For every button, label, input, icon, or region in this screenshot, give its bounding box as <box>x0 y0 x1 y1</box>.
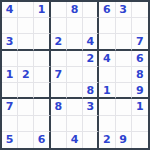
sudoku-cell-r3c2[interactable] <box>18 34 34 50</box>
sudoku-cell-r2c8[interactable] <box>116 18 132 34</box>
sudoku-cell-r1c1[interactable]: 4 <box>2 2 18 18</box>
sudoku-cell-r9c6[interactable] <box>83 132 99 148</box>
sudoku-cell-r3c4[interactable]: 2 <box>51 34 67 50</box>
sudoku-cell-r3c9[interactable]: 7 <box>132 34 148 50</box>
sudoku-cell-r8c2[interactable] <box>18 116 34 132</box>
sudoku-cell-r4c8[interactable] <box>116 51 132 67</box>
sudoku-cell-r3c3[interactable] <box>34 34 50 50</box>
sudoku-cell-r9c8[interactable]: 9 <box>116 132 132 148</box>
sudoku-cell-r9c5[interactable]: 4 <box>67 132 83 148</box>
sudoku-cell-r9c2[interactable] <box>18 132 34 148</box>
sudoku-cell-r3c8[interactable] <box>116 34 132 50</box>
sudoku-cell-r6c6[interactable]: 8 <box>83 83 99 99</box>
sudoku-cell-r4c1[interactable] <box>2 51 18 67</box>
sudoku-cell-r7c6[interactable]: 3 <box>83 99 99 115</box>
sudoku-cell-r6c5[interactable] <box>67 83 83 99</box>
sudoku-cell-r7c2[interactable] <box>18 99 34 115</box>
sudoku-cell-r9c9[interactable] <box>132 132 148 148</box>
sudoku-cell-r6c8[interactable] <box>116 83 132 99</box>
sudoku-cell-r6c7[interactable]: 1 <box>99 83 115 99</box>
sudoku-cell-r1c7[interactable]: 6 <box>99 2 115 18</box>
sudoku-cell-r9c4[interactable] <box>51 132 67 148</box>
sudoku-cell-r1c9[interactable] <box>132 2 148 18</box>
sudoku-cell-r7c3[interactable] <box>34 99 50 115</box>
sudoku-cell-r8c8[interactable] <box>116 116 132 132</box>
sudoku-cell-r3c7[interactable] <box>99 34 115 50</box>
sudoku-cell-r3c6[interactable]: 4 <box>83 34 99 50</box>
sudoku-cell-r2c4[interactable] <box>51 18 67 34</box>
sudoku-cell-r5c4[interactable]: 7 <box>51 67 67 83</box>
sudoku-cell-r7c5[interactable] <box>67 99 83 115</box>
sudoku-cell-r6c3[interactable] <box>34 83 50 99</box>
sudoku-cell-r8c7[interactable] <box>99 116 115 132</box>
sudoku-cell-r8c4[interactable] <box>51 116 67 132</box>
sudoku-cell-r7c8[interactable] <box>116 99 132 115</box>
sudoku-cell-r5c1[interactable]: 1 <box>2 67 18 83</box>
sudoku-cell-r5c9[interactable]: 8 <box>132 67 148 83</box>
sudoku-cell-r4c4[interactable] <box>51 51 67 67</box>
sudoku-cell-r1c2[interactable] <box>18 2 34 18</box>
sudoku-cell-r8c5[interactable] <box>67 116 83 132</box>
sudoku-cell-r8c9[interactable] <box>132 116 148 132</box>
sudoku-cell-r4c9[interactable]: 6 <box>132 51 148 67</box>
sudoku-cell-r5c8[interactable] <box>116 67 132 83</box>
sudoku-cell-r9c3[interactable]: 6 <box>34 132 50 148</box>
sudoku-cell-r2c5[interactable] <box>67 18 83 34</box>
sudoku-cell-r7c9[interactable]: 1 <box>132 99 148 115</box>
sudoku-cell-r5c6[interactable] <box>83 67 99 83</box>
sudoku-cell-r8c3[interactable] <box>34 116 50 132</box>
sudoku-cell-r9c1[interactable]: 5 <box>2 132 18 148</box>
sudoku-cell-r4c2[interactable] <box>18 51 34 67</box>
sudoku-cell-r5c7[interactable] <box>99 67 115 83</box>
sudoku-cell-r5c2[interactable]: 2 <box>18 67 34 83</box>
sudoku-cell-r7c1[interactable]: 7 <box>2 99 18 115</box>
sudoku-cell-r1c6[interactable] <box>83 2 99 18</box>
sudoku-cell-r6c9[interactable]: 9 <box>132 83 148 99</box>
sudoku-cell-r9c7[interactable]: 2 <box>99 132 115 148</box>
sudoku-cell-r6c1[interactable] <box>2 83 18 99</box>
sudoku-cell-r8c6[interactable] <box>83 116 99 132</box>
sudoku-cell-r1c5[interactable]: 8 <box>67 2 83 18</box>
sudoku-cell-r6c2[interactable] <box>18 83 34 99</box>
sudoku-cell-r2c1[interactable] <box>2 18 18 34</box>
sudoku-cell-r2c6[interactable] <box>83 18 99 34</box>
sudoku-cell-r2c9[interactable] <box>132 18 148 34</box>
sudoku-cell-r1c3[interactable]: 1 <box>34 2 50 18</box>
sudoku-cell-r8c1[interactable] <box>2 116 18 132</box>
sudoku-cell-r1c8[interactable]: 3 <box>116 2 132 18</box>
sudoku-cell-r7c7[interactable] <box>99 99 115 115</box>
sudoku-cell-r2c2[interactable] <box>18 18 34 34</box>
sudoku-cell-r7c4[interactable]: 8 <box>51 99 67 115</box>
sudoku-cell-r2c7[interactable] <box>99 18 115 34</box>
sudoku-cell-r5c5[interactable] <box>67 67 83 83</box>
sudoku-cell-r3c1[interactable]: 3 <box>2 34 18 50</box>
sudoku-cell-r4c7[interactable]: 4 <box>99 51 115 67</box>
sudoku-cell-r4c3[interactable] <box>34 51 50 67</box>
sudoku-board: 4186332472461278819783156429 <box>0 0 150 150</box>
sudoku-cell-r2c3[interactable] <box>34 18 50 34</box>
sudoku-cell-r4c5[interactable] <box>67 51 83 67</box>
sudoku-cell-r1c4[interactable] <box>51 2 67 18</box>
sudoku-cell-r5c3[interactable] <box>34 67 50 83</box>
sudoku-cell-r6c4[interactable] <box>51 83 67 99</box>
sudoku-cell-r3c5[interactable] <box>67 34 83 50</box>
sudoku-cell-r4c6[interactable]: 2 <box>83 51 99 67</box>
